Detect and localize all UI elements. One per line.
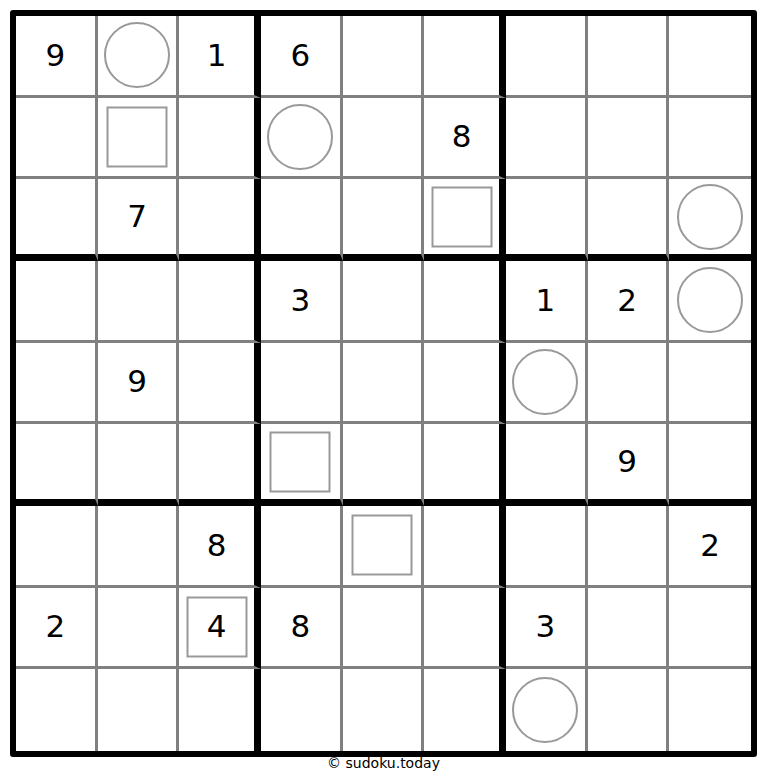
given-digit: 6 <box>290 40 310 71</box>
copyright-credit: © sudoku.today <box>0 755 767 771</box>
cell-r6c6[interactable] <box>424 424 506 506</box>
cell-r8c9[interactable] <box>669 588 751 670</box>
cell-r2c5[interactable] <box>343 98 425 180</box>
cell-r1c2[interactable] <box>98 16 180 98</box>
cell-r7c7[interactable] <box>506 506 588 588</box>
cell-r3c4[interactable] <box>261 179 343 261</box>
cell-r5c2[interactable]: 9 <box>98 343 180 425</box>
cell-r2c8[interactable] <box>588 98 670 180</box>
even-square-marker <box>351 515 412 576</box>
cell-r4c6[interactable] <box>424 261 506 343</box>
cell-r1c9[interactable] <box>669 16 751 98</box>
even-square-marker <box>270 431 331 492</box>
cell-r4c2[interactable] <box>98 261 180 343</box>
cell-r8c4[interactable]: 8 <box>261 588 343 670</box>
cell-r1c5[interactable] <box>343 16 425 98</box>
cell-r5c4[interactable] <box>261 343 343 425</box>
cell-r3c9[interactable] <box>669 179 751 261</box>
cell-r7c1[interactable] <box>16 506 98 588</box>
cell-r3c2[interactable]: 7 <box>98 179 180 261</box>
cell-r5c3[interactable] <box>179 343 261 425</box>
cell-r2c9[interactable] <box>669 98 751 180</box>
cell-r9c5[interactable] <box>343 669 425 751</box>
odd-circle-marker <box>677 184 743 250</box>
cell-r3c8[interactable] <box>588 179 670 261</box>
cell-r7c5[interactable] <box>343 506 425 588</box>
cell-r5c1[interactable] <box>16 343 98 425</box>
odd-circle-marker <box>104 22 170 88</box>
cell-r6c9[interactable] <box>669 424 751 506</box>
cell-r9c7[interactable] <box>506 669 588 751</box>
cell-r6c5[interactable] <box>343 424 425 506</box>
cell-r8c2[interactable] <box>98 588 180 670</box>
cell-r1c4[interactable]: 6 <box>261 16 343 98</box>
given-digit: 8 <box>207 530 227 561</box>
cell-r5c7[interactable] <box>506 343 588 425</box>
cell-r8c6[interactable] <box>424 588 506 670</box>
given-digit: 8 <box>290 611 310 642</box>
cell-r4c9[interactable] <box>669 261 751 343</box>
cell-r9c3[interactable] <box>179 669 261 751</box>
cell-r6c3[interactable] <box>179 424 261 506</box>
cell-r7c2[interactable] <box>98 506 180 588</box>
cell-r2c4[interactable] <box>261 98 343 180</box>
odd-circle-marker <box>677 267 743 333</box>
cell-r3c5[interactable] <box>343 179 425 261</box>
given-digit: 3 <box>535 611 555 642</box>
given-digit: 3 <box>290 285 310 316</box>
given-digit: 1 <box>535 285 555 316</box>
cell-r9c2[interactable] <box>98 669 180 751</box>
cell-r7c6[interactable] <box>424 506 506 588</box>
cell-r2c6[interactable]: 8 <box>424 98 506 180</box>
page: 9168731299822483 © sudoku.today <box>0 0 767 777</box>
cell-r4c3[interactable] <box>179 261 261 343</box>
cell-r8c7[interactable]: 3 <box>506 588 588 670</box>
cell-r2c3[interactable] <box>179 98 261 180</box>
given-digit: 1 <box>207 40 227 71</box>
cell-r6c4[interactable] <box>261 424 343 506</box>
cell-r3c1[interactable] <box>16 179 98 261</box>
cell-r8c1[interactable]: 2 <box>16 588 98 670</box>
cell-r9c6[interactable] <box>424 669 506 751</box>
cell-r5c5[interactable] <box>343 343 425 425</box>
cell-r4c4[interactable]: 3 <box>261 261 343 343</box>
cell-r5c8[interactable] <box>588 343 670 425</box>
cell-r1c7[interactable] <box>506 16 588 98</box>
cell-r8c8[interactable] <box>588 588 670 670</box>
cell-r4c7[interactable]: 1 <box>506 261 588 343</box>
cell-r8c3[interactable]: 4 <box>179 588 261 670</box>
cell-r1c3[interactable]: 1 <box>179 16 261 98</box>
given-digit: 7 <box>127 201 147 232</box>
sudoku-board: 9168731299822483 <box>10 10 757 757</box>
cell-r1c6[interactable] <box>424 16 506 98</box>
even-square-marker <box>106 106 167 167</box>
given-digit: 9 <box>617 446 637 477</box>
even-square-marker <box>431 186 492 247</box>
cell-r3c3[interactable] <box>179 179 261 261</box>
given-digit: 9 <box>127 366 147 397</box>
given-digit: 9 <box>45 40 65 71</box>
odd-circle-marker <box>512 349 578 415</box>
cell-r5c9[interactable] <box>669 343 751 425</box>
given-digit: 2 <box>700 530 720 561</box>
cell-r4c5[interactable] <box>343 261 425 343</box>
odd-circle-marker <box>512 677 578 743</box>
cell-r5c6[interactable] <box>424 343 506 425</box>
cell-r9c1[interactable] <box>16 669 98 751</box>
cell-r2c1[interactable] <box>16 98 98 180</box>
given-digit: 2 <box>45 611 65 642</box>
odd-circle-marker <box>267 104 333 170</box>
given-digit: 4 <box>207 611 227 642</box>
cell-r9c9[interactable] <box>669 669 751 751</box>
cell-r7c4[interactable] <box>261 506 343 588</box>
given-digit: 8 <box>452 121 472 152</box>
cell-r2c7[interactable] <box>506 98 588 180</box>
cell-r3c7[interactable] <box>506 179 588 261</box>
cell-r7c8[interactable] <box>588 506 670 588</box>
cell-r7c3[interactable]: 8 <box>179 506 261 588</box>
cell-r6c1[interactable] <box>16 424 98 506</box>
cell-r3c6[interactable] <box>424 179 506 261</box>
cell-r7c9[interactable]: 2 <box>669 506 751 588</box>
cell-r4c8[interactable]: 2 <box>588 261 670 343</box>
cell-r9c8[interactable] <box>588 669 670 751</box>
cell-r6c8[interactable]: 9 <box>588 424 670 506</box>
cell-r1c8[interactable] <box>588 16 670 98</box>
cell-r6c2[interactable] <box>98 424 180 506</box>
given-digit: 2 <box>617 285 637 316</box>
cell-r2c2[interactable] <box>98 98 180 180</box>
cell-r9c4[interactable] <box>261 669 343 751</box>
cell-r1c1[interactable]: 9 <box>16 16 98 98</box>
cell-r6c7[interactable] <box>506 424 588 506</box>
cell-r8c5[interactable] <box>343 588 425 670</box>
cell-r4c1[interactable] <box>16 261 98 343</box>
